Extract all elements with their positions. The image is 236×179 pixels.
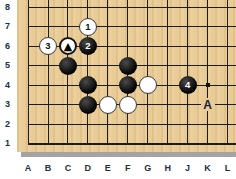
stone-black-C5[interactable] [59,57,77,75]
grid-line-horizontal-2 [28,124,236,125]
point-label-A-K3[interactable]: A [201,98,215,111]
row-coordinate-1: 1 [0,139,15,148]
stone-black-F4[interactable] [119,76,137,94]
stone-black-D4[interactable] [79,76,97,94]
row-coordinate-7: 7 [0,22,15,31]
stone-black-D6-move-2[interactable]: 2 [79,37,97,55]
grid-line-horizontal-1 [28,143,236,145]
column-coordinate-E: E [100,164,115,173]
row-coordinate-8: 8 [0,3,15,12]
column-coordinate-J: J [180,164,195,173]
stone-white-G4[interactable] [139,76,157,94]
column-coordinate-A: A [21,164,36,173]
column-coordinate-C: C [60,164,75,173]
stone-black-J4-move-4[interactable]: 4 [179,76,197,94]
row-coordinate-2: 2 [0,120,15,129]
row-coordinate-5: 5 [0,61,15,70]
stone-white-B6-move-3[interactable]: 3 [39,37,57,55]
grid-line-horizontal-8 [28,7,236,8]
row-coordinate-3: 3 [0,100,15,109]
column-coordinate-G: G [140,164,155,173]
go-diagram: 87654321ABCDEFGHJKL13▲24A [0,0,236,179]
row-coordinate-4: 4 [0,81,15,90]
column-coordinate-K: K [200,164,215,173]
star-point-K4 [206,83,210,87]
column-coordinate-L: L [220,164,235,173]
column-coordinate-D: D [80,164,95,173]
stone-white-C6[interactable]: ▲ [59,37,77,55]
triangle-mark-icon: ▲ [64,40,72,51]
column-coordinate-B: B [41,164,56,173]
stone-white-D7-move-1[interactable]: 1 [79,18,97,36]
stone-black-F5[interactable] [119,57,137,75]
column-coordinate-H: H [160,164,175,173]
row-coordinate-6: 6 [0,42,15,51]
stone-white-F3[interactable] [119,96,137,114]
grid-line-horizontal-7 [28,26,236,27]
stone-black-D3[interactable] [79,96,97,114]
board-shadow [21,152,236,157]
column-coordinate-F: F [120,164,135,173]
stone-white-E3[interactable] [99,96,117,114]
